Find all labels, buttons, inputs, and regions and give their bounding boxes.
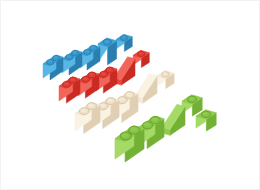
stud-highlight-icon xyxy=(163,72,167,75)
stud-highlight-icon xyxy=(144,123,150,127)
block-blue-cube-1 xyxy=(116,34,132,51)
blocks-scene xyxy=(0,0,260,190)
block-cream-cube-1 xyxy=(157,71,174,89)
block-green-wedge-1 xyxy=(162,104,185,135)
stud-highlight-icon xyxy=(91,46,95,49)
block-cream-brick-1 xyxy=(75,102,100,133)
block-blue-tall-1 xyxy=(98,38,117,65)
stud-highlight-icon xyxy=(85,50,89,53)
stud-highlight-icon xyxy=(119,98,124,102)
block-green-brick-1 xyxy=(115,126,144,162)
stud-highlight-icon xyxy=(107,99,112,103)
stud-highlight-icon xyxy=(122,36,126,39)
stud-highlight-icon xyxy=(83,77,88,80)
stud-highlight-icon xyxy=(203,112,208,115)
stud-highlight-icon xyxy=(64,82,69,85)
stud-highlight-icon xyxy=(67,55,71,58)
block-red-brick-2 xyxy=(78,72,99,98)
stud-highlight-icon xyxy=(122,133,128,137)
block-blue-brick-1 xyxy=(43,55,63,80)
stud-highlight-icon xyxy=(126,93,131,97)
stud-highlight-icon xyxy=(139,52,143,55)
photo-toy-building-blocks xyxy=(0,0,260,190)
block-blue-brick-3 xyxy=(80,45,100,70)
stud-highlight-icon xyxy=(73,51,77,54)
stud-highlight-icon xyxy=(81,109,86,113)
stud-highlight-icon xyxy=(89,73,94,76)
stud-highlight-icon xyxy=(107,68,112,71)
stud-highlight-icon xyxy=(70,78,75,81)
stud-highlight-icon xyxy=(189,97,194,100)
block-blue-brick-2 xyxy=(62,50,82,75)
stud-highlight-icon xyxy=(152,117,158,121)
stud-highlight-icon xyxy=(48,60,52,63)
stud-highlight-icon xyxy=(131,127,137,131)
stud-highlight-icon xyxy=(100,104,105,108)
stud-highlight-icon xyxy=(88,104,93,108)
stud-highlight-icon xyxy=(105,40,110,43)
stud-highlight-icon xyxy=(54,56,58,59)
block-green-cube-2 xyxy=(196,110,216,131)
block-red-brick-1 xyxy=(59,77,80,103)
stud-highlight-icon xyxy=(101,72,106,75)
block-red-cube-1 xyxy=(133,50,149,67)
